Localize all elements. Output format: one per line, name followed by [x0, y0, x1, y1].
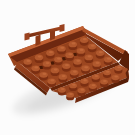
stud	[111, 75, 119, 83]
stud	[92, 61, 101, 70]
stud	[81, 65, 90, 74]
stud	[73, 59, 82, 68]
stud	[104, 57, 113, 66]
stud	[88, 44, 97, 53]
stud	[84, 54, 93, 63]
stud	[51, 68, 60, 77]
stud	[58, 87, 66, 95]
stud	[59, 74, 68, 83]
stud	[35, 55, 44, 64]
stud	[76, 48, 85, 57]
stud	[39, 72, 48, 81]
handle-post-left	[36, 35, 41, 46]
handle-bar-end-right	[60, 24, 65, 32]
stud	[68, 41, 77, 50]
stud	[89, 83, 97, 91]
stud	[80, 79, 88, 87]
stud	[92, 74, 100, 82]
lego-part-render: 3D render of a dark orange (reddish-brow…	[0, 0, 135, 135]
stud	[31, 65, 40, 74]
stud	[23, 59, 32, 68]
stud	[80, 37, 89, 46]
stud	[62, 63, 71, 72]
stud	[66, 92, 74, 100]
stud	[103, 70, 111, 78]
stud	[114, 66, 122, 74]
stud	[46, 50, 55, 59]
stud	[57, 46, 66, 55]
stud	[70, 70, 79, 79]
stud	[77, 88, 85, 96]
stud	[69, 83, 77, 91]
handle-bar-end-left	[25, 33, 30, 41]
lego-piece-illustration: 3D render of a dark orange (reddish-brow…	[0, 0, 135, 135]
stud	[47, 78, 56, 87]
stud	[96, 50, 105, 59]
stud	[43, 61, 52, 70]
stud	[100, 79, 108, 87]
stud	[54, 57, 63, 66]
stud	[65, 52, 74, 61]
